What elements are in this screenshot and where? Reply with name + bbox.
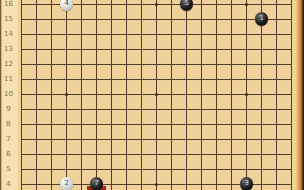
star-point-q10 (245, 93, 248, 96)
row-label-14: 14 (2, 29, 15, 39)
grid-vline (231, 0, 232, 190)
grid-vline (291, 0, 292, 190)
star-point-d10 (65, 93, 68, 96)
grid-hline (21, 49, 292, 50)
row-label-13: 13 (2, 44, 15, 54)
star-point-k10 (155, 93, 158, 96)
row-label-6: 6 (2, 149, 15, 159)
star-point-k16 (155, 3, 158, 6)
stone-white-d16[interactable]: 4 (60, 0, 74, 11)
grid-vline (51, 0, 52, 190)
grid-hline (21, 79, 292, 80)
grid-hline (21, 64, 292, 65)
stone-black-q4[interactable]: 3 (240, 177, 254, 190)
go-board-screenshot: 16151413121110987654123457 (0, 0, 304, 190)
grid-hline (21, 154, 292, 155)
star-point-k4 (155, 183, 158, 186)
grid-vline (186, 0, 187, 190)
row-label-12: 12 (2, 59, 15, 69)
grid-vline (216, 0, 217, 190)
grid-hline (21, 109, 292, 110)
grid-hline (21, 34, 292, 35)
row-label-7: 7 (2, 134, 15, 144)
grid-vline (111, 0, 112, 190)
grid-vline (201, 0, 202, 190)
grid-vline (21, 0, 22, 190)
stone-black-m16[interactable]: 5 (180, 0, 194, 11)
grid-vline (261, 0, 262, 190)
row-label-5: 5 (2, 164, 15, 174)
stone-black-r15[interactable]: 1 (255, 12, 269, 26)
row-label-8: 8 (2, 119, 15, 129)
grid-hline (21, 124, 292, 125)
row-label-16: 16 (2, 0, 15, 9)
row-label-11: 11 (2, 74, 15, 84)
star-point-q16 (245, 3, 248, 6)
grid-vline (36, 0, 37, 190)
grid-hline (21, 139, 292, 140)
stone-white-d4[interactable]: 2 (60, 177, 74, 190)
row-label-9: 9 (2, 104, 15, 114)
grid-vline (96, 0, 97, 190)
row-label-4: 4 (2, 179, 15, 189)
grid-vline (126, 0, 127, 190)
grid-vline (81, 0, 82, 190)
board-right-edge (296, 0, 304, 190)
row-label-10: 10 (2, 89, 15, 99)
grid-vline (141, 0, 142, 190)
grid-hline (21, 169, 292, 170)
stone-black-f4[interactable]: 7 (90, 177, 104, 190)
grid-hline (21, 19, 292, 20)
grid-vline (276, 0, 277, 190)
grid-vline (171, 0, 172, 190)
row-label-15: 15 (2, 14, 15, 24)
